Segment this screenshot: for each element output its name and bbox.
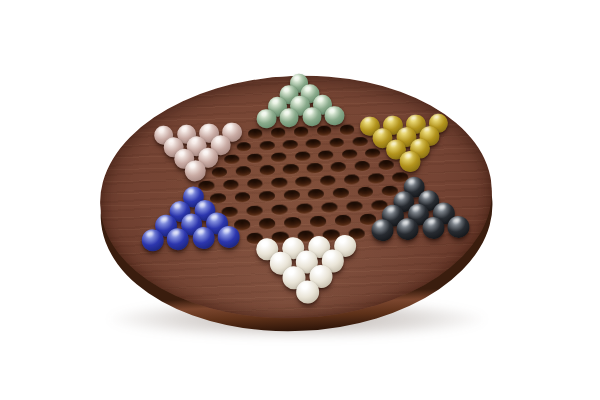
marble-highlight: [414, 139, 421, 145]
board-hole[interactable]: [329, 137, 344, 147]
board-hole[interactable]: [247, 205, 263, 216]
board-hole[interactable]: [340, 125, 355, 135]
board-hole[interactable]: [259, 165, 275, 175]
marble-highlight: [423, 191, 431, 198]
marble-highlight: [261, 239, 269, 246]
marble-blue[interactable]: [166, 228, 189, 251]
marble-blue[interactable]: [192, 227, 215, 250]
marble-highlight: [329, 107, 336, 113]
marble-pink[interactable]: [184, 160, 206, 182]
marble-highlight: [272, 98, 279, 104]
board-hole[interactable]: [355, 161, 371, 171]
board-hole[interactable]: [357, 187, 373, 198]
marble-blue[interactable]: [218, 225, 241, 248]
marble-highlight: [306, 108, 313, 114]
marble-highlight: [158, 126, 165, 132]
marble-highlight: [412, 205, 420, 212]
marble-highlight: [377, 129, 384, 135]
board-hole[interactable]: [352, 136, 367, 146]
marble-highlight: [424, 127, 431, 133]
marble-highlight: [187, 188, 195, 195]
board-hole[interactable]: [247, 153, 262, 163]
marble-highlight: [179, 150, 186, 156]
marble-highlight: [387, 206, 395, 213]
marble-highlight: [433, 114, 440, 120]
board-hole[interactable]: [271, 152, 286, 162]
marble-highlight: [327, 251, 335, 258]
marble-highlight: [227, 123, 234, 129]
marble-highlight: [401, 219, 409, 226]
board-hole[interactable]: [296, 203, 312, 214]
board-hole[interactable]: [331, 162, 347, 172]
marble-highlight: [283, 86, 290, 92]
marble-highlight: [215, 136, 222, 142]
board-hole[interactable]: [294, 127, 309, 137]
board-hole[interactable]: [259, 218, 276, 229]
marble-highlight: [391, 140, 398, 146]
board-hole[interactable]: [307, 163, 323, 173]
marble-black[interactable]: [447, 215, 470, 238]
board-hole[interactable]: [333, 188, 349, 199]
board-hole[interactable]: [320, 175, 336, 186]
marble-highlight: [199, 201, 207, 208]
board-hole[interactable]: [295, 177, 311, 188]
board-hole[interactable]: [379, 160, 395, 170]
board-hole[interactable]: [271, 178, 287, 189]
board-hole[interactable]: [344, 174, 360, 185]
marble-highlight: [376, 220, 384, 227]
marble-highlight: [197, 228, 205, 235]
board-hole[interactable]: [342, 149, 357, 159]
marble-highlight: [223, 227, 231, 234]
board-hole[interactable]: [259, 140, 274, 150]
marble-green[interactable]: [279, 108, 299, 128]
marble-highlight: [189, 162, 196, 168]
marble-yellow[interactable]: [399, 151, 421, 173]
marble-highlight: [288, 267, 296, 274]
marble-highlight: [437, 204, 445, 211]
chinese-checkers-board: [0, 0, 600, 400]
board-hole[interactable]: [295, 151, 310, 161]
board-hole[interactable]: [271, 204, 287, 215]
marble-highlight: [160, 216, 168, 223]
board-hole[interactable]: [211, 167, 227, 177]
marble-highlight: [191, 137, 198, 143]
marble-highlight: [295, 97, 302, 103]
board-hole[interactable]: [317, 126, 332, 136]
marble-highlight: [305, 85, 312, 91]
board-hole[interactable]: [346, 201, 362, 212]
board-hole[interactable]: [236, 141, 251, 151]
marble-highlight: [313, 237, 321, 244]
marble-highlight: [174, 202, 182, 209]
board-hole[interactable]: [308, 189, 324, 200]
board-hole[interactable]: [283, 139, 298, 149]
board-hole[interactable]: [365, 148, 380, 158]
board-hole[interactable]: [284, 217, 301, 228]
chinese-checkers-photo: [0, 0, 600, 400]
marble-highlight: [339, 236, 347, 243]
marble-green[interactable]: [302, 107, 322, 127]
marble-highlight: [404, 152, 411, 158]
board-hole[interactable]: [335, 215, 352, 226]
board-hole[interactable]: [368, 173, 384, 184]
board-hole[interactable]: [248, 129, 263, 139]
marble-green[interactable]: [324, 106, 344, 126]
marble-black[interactable]: [371, 219, 394, 242]
board-hole[interactable]: [321, 202, 337, 213]
marble-highlight: [408, 178, 416, 185]
marble-highlight: [364, 117, 371, 123]
marble-highlight: [202, 149, 209, 155]
marble-highlight: [294, 75, 301, 81]
marble-highlight: [172, 229, 180, 236]
marble-highlight: [400, 128, 407, 134]
board-hole[interactable]: [284, 190, 300, 201]
marble-highlight: [398, 192, 406, 199]
board-hole[interactable]: [318, 150, 333, 160]
marble-highlight: [300, 252, 308, 259]
marble-highlight: [261, 110, 268, 116]
marble-highlight: [284, 109, 291, 115]
marble-blue[interactable]: [141, 229, 164, 252]
marble-black[interactable]: [422, 217, 445, 240]
marble-highlight: [453, 217, 461, 224]
board-hole[interactable]: [224, 154, 239, 164]
marble-highlight: [287, 238, 295, 245]
marble-highlight: [427, 218, 435, 225]
marble-green[interactable]: [256, 109, 276, 129]
marble-highlight: [168, 138, 175, 144]
board-hole[interactable]: [283, 164, 299, 174]
board-hole[interactable]: [223, 180, 239, 191]
board-hole[interactable]: [271, 128, 286, 138]
marble-highlight: [146, 230, 154, 237]
marble-black[interactable]: [396, 218, 419, 241]
marble-highlight: [181, 125, 188, 131]
board-hole[interactable]: [247, 179, 263, 190]
marble-highlight: [185, 215, 193, 222]
board-hole[interactable]: [234, 192, 250, 203]
board-hole[interactable]: [259, 191, 275, 202]
board-hole[interactable]: [309, 216, 326, 227]
marble-highlight: [410, 115, 417, 121]
board-hole[interactable]: [235, 166, 251, 176]
board-hole[interactable]: [306, 138, 321, 148]
marble-highlight: [302, 282, 310, 289]
board-grid: [0, 0, 600, 400]
marble-highlight: [211, 214, 219, 221]
marble-highlight: [274, 253, 282, 260]
marble-highlight: [314, 266, 322, 273]
marble-highlight: [387, 116, 394, 122]
marble-highlight: [317, 96, 324, 102]
marble-highlight: [204, 124, 211, 130]
